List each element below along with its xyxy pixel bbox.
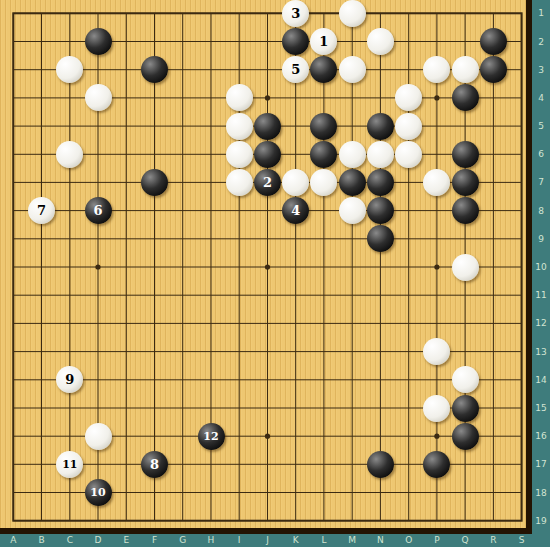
go-diagram-window: 315276491211810 123456789101112131415161… [0, 0, 550, 547]
stone-L6-black[interactable] [310, 141, 337, 168]
column-label-P: P [434, 535, 439, 546]
column-label-A: A [10, 535, 16, 546]
stone-P15-white[interactable] [423, 395, 450, 422]
move-number-label: 9 [65, 373, 74, 386]
stone-N8-black[interactable] [367, 197, 394, 224]
row-label-17: 17 [532, 460, 550, 469]
move-number-label: 10 [90, 486, 105, 499]
row-label-5: 5 [532, 122, 550, 131]
stone-M8-white[interactable] [339, 197, 366, 224]
column-label-F: F [152, 535, 157, 546]
stone-C6-white[interactable] [56, 141, 83, 168]
stone-J5-black[interactable] [254, 113, 281, 140]
row-label-4: 4 [532, 93, 550, 102]
stone-M3-white[interactable] [339, 56, 366, 83]
stone-O6-white[interactable] [395, 141, 422, 168]
stone-F17-black[interactable]: 8 [141, 451, 168, 478]
row-labels-strip: 12345678910111213141516171819 [532, 0, 550, 547]
stone-Q14-white[interactable] [452, 366, 479, 393]
row-label-3: 3 [532, 65, 550, 74]
row-label-18: 18 [532, 488, 550, 497]
stone-Q7-black[interactable] [452, 169, 479, 196]
stone-Q4-black[interactable] [452, 84, 479, 111]
row-label-6: 6 [532, 150, 550, 159]
row-label-10: 10 [532, 263, 550, 272]
stone-C17-white[interactable]: 11 [56, 451, 83, 478]
stone-I5-white[interactable] [226, 113, 253, 140]
stone-Q10-white[interactable] [452, 254, 479, 281]
column-label-C: C [67, 535, 73, 546]
row-label-11: 11 [532, 291, 550, 300]
stone-R3-black[interactable] [480, 56, 507, 83]
stone-P17-black[interactable] [423, 451, 450, 478]
star-point [95, 264, 100, 269]
move-number-label: 7 [37, 204, 46, 217]
stone-M6-white[interactable] [339, 141, 366, 168]
row-label-19: 19 [532, 516, 550, 525]
stone-J7-black[interactable]: 2 [254, 169, 281, 196]
stone-Q16-black[interactable] [452, 423, 479, 450]
stone-B8-white[interactable]: 7 [28, 197, 55, 224]
column-label-B: B [38, 535, 44, 546]
stone-J6-black[interactable] [254, 141, 281, 168]
move-number-label: 3 [291, 7, 300, 20]
row-label-16: 16 [532, 432, 550, 441]
stone-N7-black[interactable] [367, 169, 394, 196]
stone-M7-black[interactable] [339, 169, 366, 196]
row-label-8: 8 [532, 206, 550, 215]
stone-I7-white[interactable] [226, 169, 253, 196]
column-label-N: N [377, 535, 384, 546]
stone-K1-white[interactable]: 3 [282, 0, 309, 27]
star-point [265, 95, 270, 100]
column-label-K: K [293, 535, 299, 546]
row-label-1: 1 [532, 9, 550, 18]
row-label-12: 12 [532, 319, 550, 328]
move-number-label: 12 [203, 430, 218, 443]
row-label-15: 15 [532, 404, 550, 413]
column-label-E: E [123, 535, 129, 546]
column-label-O: O [405, 535, 412, 546]
move-number-label: 1 [319, 35, 328, 48]
column-label-L: L [321, 535, 326, 546]
star-point [434, 95, 439, 100]
stone-R2-black[interactable] [480, 28, 507, 55]
row-label-7: 7 [532, 178, 550, 187]
stone-Q3-white[interactable] [452, 56, 479, 83]
move-number-label: 5 [291, 63, 300, 76]
stone-F3-black[interactable] [141, 56, 168, 83]
column-labels-strip: ABCDEFGHIJKLMNOPQRS [0, 534, 532, 547]
stone-Q15-black[interactable] [452, 395, 479, 422]
move-number-label: 2 [263, 176, 272, 189]
row-label-13: 13 [532, 347, 550, 356]
star-point [434, 434, 439, 439]
column-label-R: R [490, 535, 496, 546]
star-point [265, 264, 270, 269]
stone-H16-black[interactable]: 12 [198, 423, 225, 450]
stone-N6-white[interactable] [367, 141, 394, 168]
stone-Q8-black[interactable] [452, 197, 479, 224]
column-label-J: J [266, 535, 269, 546]
row-label-9: 9 [532, 234, 550, 243]
column-label-D: D [95, 535, 102, 546]
star-point [265, 434, 270, 439]
column-label-G: G [179, 535, 186, 546]
move-number-label: 8 [150, 458, 159, 471]
move-number-label: 6 [93, 204, 102, 217]
stone-K7-white[interactable] [282, 169, 309, 196]
stone-N17-black[interactable] [367, 451, 394, 478]
stone-M1-white[interactable] [339, 0, 366, 27]
stone-F7-black[interactable] [141, 169, 168, 196]
stone-I4-white[interactable] [226, 84, 253, 111]
star-point [434, 264, 439, 269]
column-label-I: I [238, 535, 241, 546]
stone-N5-black[interactable] [367, 113, 394, 140]
stone-K2-black[interactable] [282, 28, 309, 55]
move-number-label: 4 [291, 204, 300, 217]
column-label-M: M [348, 535, 356, 546]
move-number-label: 11 [62, 458, 77, 471]
stone-N2-white[interactable] [367, 28, 394, 55]
column-label-Q: Q [462, 535, 469, 546]
stone-D16-white[interactable] [85, 423, 112, 450]
column-label-S: S [519, 535, 525, 546]
column-label-H: H [208, 535, 215, 546]
stone-D8-black[interactable]: 6 [85, 197, 112, 224]
stone-D4-white[interactable] [85, 84, 112, 111]
stone-D18-black[interactable]: 10 [85, 479, 112, 506]
row-label-2: 2 [532, 37, 550, 46]
stone-I6-white[interactable] [226, 141, 253, 168]
stone-O5-white[interactable] [395, 113, 422, 140]
stone-D2-black[interactable] [85, 28, 112, 55]
row-label-14: 14 [532, 375, 550, 384]
stone-Q6-black[interactable] [452, 141, 479, 168]
stone-L5-black[interactable] [310, 113, 337, 140]
go-board[interactable]: 315276491211810 [0, 0, 550, 547]
stone-N9-black[interactable] [367, 225, 394, 252]
